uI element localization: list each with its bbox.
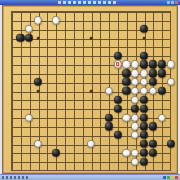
star-point: [90, 37, 93, 40]
star-point: [143, 37, 146, 40]
maximize-button[interactable]: [171, 1, 174, 4]
status-text: [2, 176, 28, 179]
star-point: [90, 90, 93, 93]
window-controls: [167, 1, 178, 4]
tray-icon[interactable]: [163, 176, 166, 179]
star-point: [37, 37, 40, 40]
last-move-marker: [116, 63, 120, 67]
close-button[interactable]: [175, 1, 178, 4]
tray-icon[interactable]: [175, 176, 178, 179]
goban[interactable]: [2, 5, 178, 174]
status-bar: [0, 174, 180, 180]
window-title: [58, 1, 118, 4]
white-stone[interactable]: [166, 60, 174, 68]
go-app-window: [0, 0, 180, 180]
star-point: [37, 90, 40, 93]
black-stone[interactable]: [166, 140, 174, 148]
status-tray-icons[interactable]: [163, 176, 178, 179]
white-stone[interactable]: [166, 78, 174, 86]
minimize-button[interactable]: [167, 1, 170, 4]
board-grid: [7, 7, 175, 175]
tray-icon[interactable]: [167, 176, 170, 179]
tray-icon[interactable]: [171, 176, 174, 179]
